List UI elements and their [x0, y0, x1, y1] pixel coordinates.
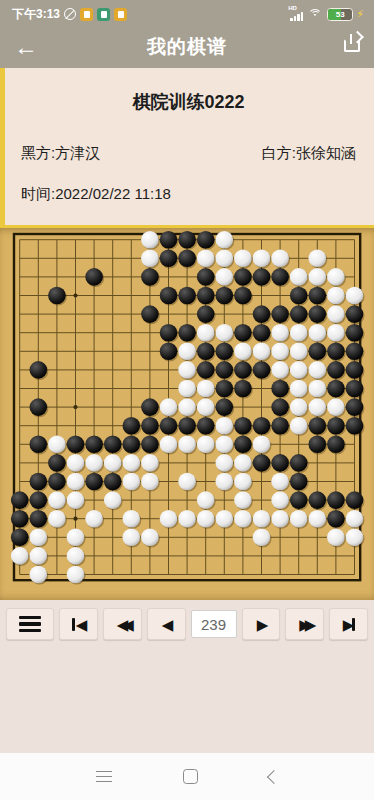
black-stone — [178, 324, 196, 342]
white-stone — [253, 529, 271, 547]
black-stone — [67, 436, 85, 454]
white-stone — [104, 491, 122, 509]
white-stone — [48, 436, 66, 454]
black-stone — [271, 305, 289, 323]
signal-icon: HD — [290, 8, 303, 21]
black-stone — [346, 324, 364, 342]
black-stone — [346, 361, 364, 379]
back-button[interactable]: ← — [14, 35, 44, 59]
black-stone — [160, 417, 178, 435]
white-stone — [67, 454, 85, 472]
white-stone — [216, 454, 234, 472]
black-stone — [30, 361, 48, 379]
black-stone — [253, 454, 271, 472]
white-stone — [67, 529, 85, 547]
page-title: 我的棋谱 — [44, 34, 330, 60]
black-stone — [11, 491, 29, 509]
black-stone — [216, 380, 234, 398]
white-stone — [216, 250, 234, 268]
black-stone — [30, 473, 48, 491]
black-stone — [123, 436, 141, 454]
white-stone — [123, 454, 141, 472]
black-stone — [271, 454, 289, 472]
move-counter: 239 — [191, 610, 237, 638]
white-stone — [327, 268, 345, 286]
white-stone — [30, 566, 48, 584]
white-stone — [216, 510, 234, 528]
white-stone — [48, 510, 66, 528]
black-stone — [290, 454, 308, 472]
white-stone — [178, 473, 196, 491]
white-stone — [141, 473, 159, 491]
black-stone — [48, 454, 66, 472]
black-stone — [271, 398, 289, 416]
black-stone — [197, 287, 215, 305]
black-stone — [123, 417, 141, 435]
black-stone — [253, 417, 271, 435]
black-stone — [309, 343, 327, 361]
white-stone — [178, 436, 196, 454]
black-stone — [234, 417, 252, 435]
black-player-label: 黑方:方津汉 — [21, 144, 100, 163]
white-stone — [309, 361, 327, 379]
white-stone — [327, 287, 345, 305]
clock-time: 下午3:13 — [12, 6, 60, 23]
black-stone — [216, 287, 234, 305]
black-stone — [197, 417, 215, 435]
white-stone — [309, 510, 327, 528]
white-stone — [141, 529, 159, 547]
app-header: ← 我的棋谱 — [0, 26, 374, 68]
white-stone — [234, 473, 252, 491]
skip-to-start-icon: ◀ — [76, 617, 85, 632]
white-stone — [216, 268, 234, 286]
white-stone — [253, 250, 271, 268]
game-time-label: 时间:2022/02/22 11:18 — [21, 185, 356, 204]
white-stone — [197, 491, 215, 509]
white-stone — [216, 417, 234, 435]
white-player-label: 白方:张徐知涵 — [262, 144, 356, 163]
white-stone — [309, 268, 327, 286]
previous-move-button[interactable]: ◀ — [147, 608, 186, 640]
go-board — [0, 228, 374, 600]
black-stone — [290, 473, 308, 491]
white-stone — [141, 231, 159, 249]
white-stone — [85, 454, 103, 472]
black-stone — [346, 305, 364, 323]
white-stone — [309, 324, 327, 342]
black-stone — [327, 491, 345, 509]
fast-backward-icon: ◀◀ — [117, 617, 128, 632]
hoshi-point — [73, 405, 77, 409]
charging-bolt-icon: ⚡ — [356, 8, 364, 21]
black-stone — [11, 510, 29, 528]
battery-percent: 53 — [328, 10, 352, 19]
white-stone — [160, 436, 178, 454]
black-stone — [160, 287, 178, 305]
black-stone — [85, 473, 103, 491]
white-stone — [309, 398, 327, 416]
replay-controls: ◀ ◀◀ ◀ 239 ▶ ▶▶ ▶ — [0, 600, 374, 753]
next-move-button[interactable]: ▶ — [242, 608, 281, 640]
black-stone — [216, 398, 234, 416]
black-stone — [30, 436, 48, 454]
last-move-button[interactable]: ▶ — [329, 608, 368, 640]
black-stone — [141, 305, 159, 323]
white-stone — [141, 250, 159, 268]
black-stone — [85, 436, 103, 454]
black-stone — [327, 380, 345, 398]
black-stone — [160, 343, 178, 361]
black-stone — [271, 380, 289, 398]
white-stone — [197, 436, 215, 454]
white-stone — [178, 361, 196, 379]
white-stone — [234, 510, 252, 528]
recents-icon — [96, 771, 112, 783]
white-stone — [271, 324, 289, 342]
white-stone — [290, 417, 308, 435]
white-stone — [123, 473, 141, 491]
black-stone — [197, 343, 215, 361]
black-stone — [346, 417, 364, 435]
recents-button[interactable] — [96, 771, 112, 783]
white-stone — [309, 250, 327, 268]
fast-backward-button[interactable]: ◀◀ — [103, 608, 142, 640]
black-stone — [271, 417, 289, 435]
black-stone — [216, 361, 234, 379]
white-stone — [216, 473, 234, 491]
black-stone — [327, 510, 345, 528]
white-stone — [67, 547, 85, 565]
black-stone — [309, 491, 327, 509]
black-stone — [178, 287, 196, 305]
black-stone — [141, 398, 159, 416]
white-stone — [271, 510, 289, 528]
white-stone — [327, 398, 345, 416]
hoshi-point — [73, 293, 77, 297]
game-info-card: 棋院训练0222 黑方:方津汉 白方:张徐知涵 时间:2022/02/22 11… — [0, 68, 374, 228]
home-icon — [183, 769, 198, 784]
black-stone — [234, 324, 252, 342]
white-stone — [234, 454, 252, 472]
black-stone — [160, 250, 178, 268]
black-stone — [11, 529, 29, 547]
white-stone — [290, 398, 308, 416]
black-stone — [327, 361, 345, 379]
white-stone — [290, 324, 308, 342]
black-stone — [327, 417, 345, 435]
white-stone — [197, 324, 215, 342]
white-stone — [309, 380, 327, 398]
back-nav-button[interactable] — [269, 772, 279, 782]
white-stone — [346, 510, 364, 528]
black-stone — [309, 436, 327, 454]
black-stone — [178, 417, 196, 435]
white-stone — [290, 343, 308, 361]
black-stone — [178, 231, 196, 249]
black-stone — [30, 491, 48, 509]
black-stone — [197, 361, 215, 379]
system-nav-bar — [0, 753, 374, 800]
black-stone — [48, 287, 66, 305]
black-stone — [290, 305, 308, 323]
black-stone — [327, 343, 345, 361]
white-stone — [253, 510, 271, 528]
white-stone — [234, 250, 252, 268]
black-stone — [178, 250, 196, 268]
white-stone — [197, 250, 215, 268]
black-stone — [234, 361, 252, 379]
black-stone — [30, 398, 48, 416]
white-stone — [290, 361, 308, 379]
white-stone — [67, 473, 85, 491]
white-stone — [234, 343, 252, 361]
black-stone — [253, 305, 271, 323]
mute-icon — [64, 8, 76, 20]
battery-icon: 53 — [327, 8, 353, 21]
black-stone — [85, 268, 103, 286]
white-stone — [11, 547, 29, 565]
white-stone — [141, 454, 159, 472]
white-stone — [327, 305, 345, 323]
fast-forward-button[interactable]: ▶▶ — [285, 608, 324, 640]
white-stone — [327, 529, 345, 547]
home-button[interactable] — [183, 769, 198, 784]
black-stone — [253, 268, 271, 286]
back-chevron-icon — [266, 769, 280, 783]
white-stone — [327, 324, 345, 342]
wifi-icon — [308, 9, 322, 20]
notification-icon — [97, 8, 110, 21]
white-stone — [197, 398, 215, 416]
black-stone — [216, 343, 234, 361]
white-stone — [271, 343, 289, 361]
fast-forward-icon: ▶▶ — [299, 617, 310, 632]
black-stone — [271, 268, 289, 286]
status-bar: 下午3:13 HD 53 ⚡ — [0, 0, 374, 26]
white-stone — [216, 436, 234, 454]
white-stone — [160, 510, 178, 528]
go-board-grid — [0, 228, 374, 600]
black-stone — [309, 417, 327, 435]
previous-move-icon: ◀ — [162, 617, 171, 632]
notification-icon — [80, 8, 93, 21]
menu-button[interactable] — [6, 608, 54, 640]
next-move-icon: ▶ — [257, 617, 266, 632]
white-stone — [253, 436, 271, 454]
white-stone — [346, 287, 364, 305]
black-stone — [346, 491, 364, 509]
black-stone — [346, 380, 364, 398]
white-stone — [253, 343, 271, 361]
white-stone — [67, 491, 85, 509]
white-stone — [197, 510, 215, 528]
black-stone — [253, 324, 271, 342]
white-stone — [178, 398, 196, 416]
white-stone — [104, 454, 122, 472]
white-stone — [290, 268, 308, 286]
white-stone — [48, 491, 66, 509]
black-stone — [104, 436, 122, 454]
white-stone — [290, 510, 308, 528]
white-stone — [197, 380, 215, 398]
black-stone — [290, 287, 308, 305]
black-stone — [290, 491, 308, 509]
share-icon — [344, 39, 360, 52]
black-stone — [234, 287, 252, 305]
black-stone — [234, 380, 252, 398]
white-stone — [178, 343, 196, 361]
first-move-button[interactable]: ◀ — [59, 608, 98, 640]
game-title: 棋院训练0222 — [21, 90, 356, 114]
skip-to-end-icon: ▶ — [343, 617, 352, 632]
black-stone — [197, 231, 215, 249]
white-stone — [123, 529, 141, 547]
hoshi-point — [73, 517, 77, 521]
black-stone — [141, 417, 159, 435]
white-stone — [160, 398, 178, 416]
white-stone — [30, 547, 48, 565]
black-stone — [234, 436, 252, 454]
black-stone — [346, 398, 364, 416]
white-stone — [290, 380, 308, 398]
black-stone — [141, 436, 159, 454]
white-stone — [216, 324, 234, 342]
black-stone — [327, 436, 345, 454]
black-stone — [141, 268, 159, 286]
notification-icon — [114, 8, 127, 21]
black-stone — [309, 305, 327, 323]
white-stone — [271, 250, 289, 268]
black-stone — [346, 343, 364, 361]
white-stone — [178, 380, 196, 398]
white-stone — [123, 510, 141, 528]
white-stone — [346, 529, 364, 547]
white-stone — [67, 566, 85, 584]
white-stone — [271, 491, 289, 509]
black-stone — [30, 510, 48, 528]
white-stone — [30, 529, 48, 547]
white-stone — [271, 473, 289, 491]
black-stone — [104, 473, 122, 491]
black-stone — [197, 268, 215, 286]
white-stone — [178, 510, 196, 528]
black-stone — [253, 361, 271, 379]
white-stone — [216, 231, 234, 249]
white-stone — [85, 510, 103, 528]
black-stone — [197, 305, 215, 323]
top-bar: 下午3:13 HD 53 ⚡ ← 我的棋谱 — [0, 0, 374, 68]
black-stone — [234, 268, 252, 286]
black-stone — [48, 473, 66, 491]
share-button[interactable] — [330, 38, 360, 56]
black-stone — [160, 324, 178, 342]
white-stone — [234, 491, 252, 509]
black-stone — [160, 231, 178, 249]
white-stone — [271, 361, 289, 379]
black-stone — [309, 287, 327, 305]
